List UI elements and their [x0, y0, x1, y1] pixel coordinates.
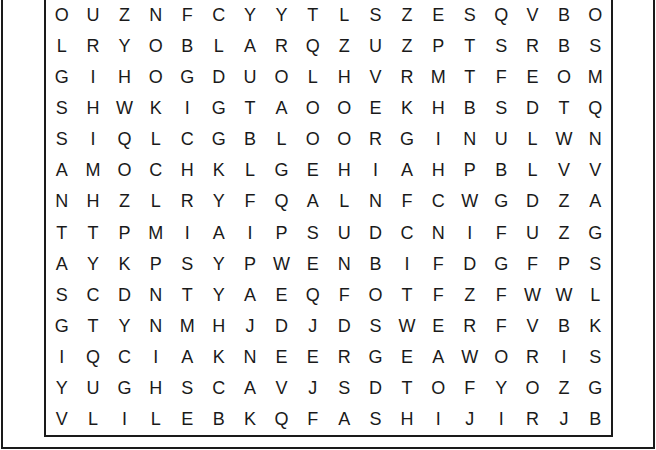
grid-cell[interactable]: E: [391, 342, 422, 373]
grid-cell[interactable]: Y: [46, 373, 77, 404]
grid-cell[interactable]: I: [77, 124, 108, 155]
grid-cell[interactable]: E: [297, 248, 328, 279]
grid-cell[interactable]: T: [77, 310, 108, 341]
grid-cell[interactable]: O: [109, 155, 140, 186]
grid-cell[interactable]: T: [548, 92, 579, 123]
grid-cell[interactable]: D: [360, 217, 391, 248]
grid-cell[interactable]: D: [360, 373, 391, 404]
grid-cell[interactable]: C: [172, 124, 203, 155]
grid-cell[interactable]: O: [297, 124, 328, 155]
grid-cell[interactable]: N: [46, 186, 77, 217]
grid-cell[interactable]: L: [297, 61, 328, 92]
grid-cell[interactable]: L: [517, 124, 548, 155]
grid-cell[interactable]: I: [172, 92, 203, 123]
grid-cell[interactable]: F: [234, 186, 265, 217]
grid-cell[interactable]: V: [360, 61, 391, 92]
grid-cell[interactable]: S: [580, 342, 611, 373]
grid-cell[interactable]: Q: [297, 30, 328, 61]
grid-cell[interactable]: O: [485, 342, 516, 373]
grid-cell[interactable]: D: [517, 92, 548, 123]
grid-cell[interactable]: L: [234, 155, 265, 186]
grid-cell[interactable]: C: [77, 279, 108, 310]
grid-cell[interactable]: E: [266, 342, 297, 373]
grid-cell[interactable]: R: [329, 342, 360, 373]
grid-cell[interactable]: I: [234, 217, 265, 248]
grid-cell[interactable]: F: [454, 373, 485, 404]
grid-cell[interactable]: C: [109, 342, 140, 373]
grid-cell[interactable]: B: [485, 155, 516, 186]
grid-cell[interactable]: J: [454, 404, 485, 435]
grid-cell[interactable]: Q: [297, 279, 328, 310]
grid-cell[interactable]: C: [391, 217, 422, 248]
grid-cell[interactable]: Y: [109, 30, 140, 61]
grid-cell[interactable]: R: [517, 342, 548, 373]
grid-cell[interactable]: F: [172, 0, 203, 30]
grid-cell[interactable]: A: [172, 342, 203, 373]
grid-cell[interactable]: L: [203, 30, 234, 61]
grid-cell[interactable]: A: [234, 30, 265, 61]
grid-cell[interactable]: R: [77, 30, 108, 61]
grid-cell[interactable]: Y: [485, 373, 516, 404]
grid-cell[interactable]: I: [172, 217, 203, 248]
grid-cell[interactable]: D: [203, 61, 234, 92]
grid-cell[interactable]: G: [203, 124, 234, 155]
grid-cell[interactable]: B: [548, 0, 579, 30]
grid-cell[interactable]: B: [172, 30, 203, 61]
grid-cell[interactable]: P: [140, 248, 171, 279]
grid-cell[interactable]: E: [423, 0, 454, 30]
grid-cell[interactable]: N: [423, 217, 454, 248]
grid-cell[interactable]: N: [140, 279, 171, 310]
grid-cell[interactable]: M: [77, 155, 108, 186]
grid-cell[interactable]: G: [203, 92, 234, 123]
grid-cell[interactable]: P: [234, 248, 265, 279]
grid-cell[interactable]: U: [485, 124, 516, 155]
grid-cell[interactable]: Y: [77, 248, 108, 279]
grid-cell[interactable]: R: [517, 30, 548, 61]
grid-cell[interactable]: U: [517, 217, 548, 248]
grid-cell[interactable]: R: [517, 404, 548, 435]
grid-cell[interactable]: G: [46, 61, 77, 92]
grid-cell[interactable]: M: [580, 61, 611, 92]
grid-cell[interactable]: T: [454, 61, 485, 92]
grid-cell[interactable]: P: [266, 217, 297, 248]
grid-cell[interactable]: O: [329, 92, 360, 123]
grid-cell[interactable]: E: [360, 92, 391, 123]
grid-cell[interactable]: Z: [329, 30, 360, 61]
grid-cell[interactable]: A: [234, 373, 265, 404]
grid-cell[interactable]: O: [329, 124, 360, 155]
grid-cell[interactable]: I: [77, 61, 108, 92]
grid-cell[interactable]: Y: [109, 310, 140, 341]
grid-cell[interactable]: S: [329, 373, 360, 404]
grid-cell[interactable]: I: [109, 404, 140, 435]
grid-cell[interactable]: V: [46, 404, 77, 435]
grid-cell[interactable]: G: [266, 155, 297, 186]
grid-cell[interactable]: R: [391, 61, 422, 92]
grid-cell[interactable]: L: [266, 124, 297, 155]
grid-cell[interactable]: R: [266, 30, 297, 61]
grid-cell[interactable]: U: [329, 217, 360, 248]
grid-cell[interactable]: S: [360, 310, 391, 341]
grid-cell[interactable]: O: [423, 373, 454, 404]
grid-cell[interactable]: I: [548, 342, 579, 373]
grid-cell[interactable]: L: [140, 124, 171, 155]
grid-cell[interactable]: Y: [234, 0, 265, 30]
grid-cell[interactable]: K: [203, 155, 234, 186]
grid-cell[interactable]: I: [423, 124, 454, 155]
grid-cell[interactable]: Z: [109, 0, 140, 30]
grid-cell[interactable]: N: [140, 0, 171, 30]
grid-cell[interactable]: B: [580, 404, 611, 435]
grid-cell[interactable]: I: [46, 342, 77, 373]
grid-cell[interactable]: E: [423, 310, 454, 341]
grid-cell[interactable]: A: [46, 248, 77, 279]
grid-cell[interactable]: G: [46, 310, 77, 341]
grid-cell[interactable]: V: [548, 155, 579, 186]
grid-cell[interactable]: A: [329, 404, 360, 435]
grid-cell[interactable]: H: [423, 155, 454, 186]
grid-cell[interactable]: A: [391, 155, 422, 186]
grid-cell[interactable]: V: [517, 310, 548, 341]
grid-cell[interactable]: L: [140, 186, 171, 217]
grid-cell[interactable]: B: [234, 124, 265, 155]
grid-cell[interactable]: K: [580, 310, 611, 341]
grid-cell[interactable]: F: [485, 217, 516, 248]
grid-cell[interactable]: U: [360, 30, 391, 61]
grid-cell[interactable]: R: [172, 186, 203, 217]
grid-cell[interactable]: P: [109, 217, 140, 248]
grid-cell[interactable]: F: [517, 248, 548, 279]
grid-cell[interactable]: N: [360, 186, 391, 217]
grid-cell[interactable]: L: [329, 186, 360, 217]
grid-cell[interactable]: V: [266, 373, 297, 404]
grid-cell[interactable]: A: [580, 186, 611, 217]
grid-cell[interactable]: U: [77, 373, 108, 404]
grid-cell[interactable]: G: [485, 186, 516, 217]
grid-cell[interactable]: P: [454, 155, 485, 186]
grid-cell[interactable]: I: [391, 248, 422, 279]
grid-cell[interactable]: S: [485, 92, 516, 123]
grid-cell[interactable]: Q: [109, 124, 140, 155]
grid-cell[interactable]: H: [77, 92, 108, 123]
grid-cell[interactable]: O: [548, 61, 579, 92]
grid-cell[interactable]: F: [329, 279, 360, 310]
grid-cell[interactable]: W: [548, 124, 579, 155]
grid-cell[interactable]: D: [454, 248, 485, 279]
grid-cell[interactable]: E: [517, 61, 548, 92]
grid-cell[interactable]: S: [297, 217, 328, 248]
grid-cell[interactable]: G: [485, 248, 516, 279]
grid-cell[interactable]: T: [297, 0, 328, 30]
grid-cell[interactable]: G: [580, 373, 611, 404]
grid-cell[interactable]: S: [172, 248, 203, 279]
grid-cell[interactable]: W: [454, 186, 485, 217]
grid-cell[interactable]: Z: [548, 217, 579, 248]
grid-cell[interactable]: J: [297, 310, 328, 341]
grid-cell[interactable]: L: [77, 404, 108, 435]
grid-cell[interactable]: L: [580, 279, 611, 310]
grid-cell[interactable]: N: [329, 248, 360, 279]
grid-cell[interactable]: Z: [391, 0, 422, 30]
grid-cell[interactable]: Y: [203, 186, 234, 217]
grid-cell[interactable]: F: [485, 310, 516, 341]
grid-cell[interactable]: U: [234, 61, 265, 92]
grid-cell[interactable]: Q: [266, 404, 297, 435]
grid-cell[interactable]: R: [454, 310, 485, 341]
grid-cell[interactable]: J: [234, 310, 265, 341]
grid-cell[interactable]: Y: [266, 0, 297, 30]
grid-cell[interactable]: T: [234, 92, 265, 123]
grid-cell[interactable]: P: [423, 30, 454, 61]
grid-cell[interactable]: S: [454, 0, 485, 30]
grid-cell[interactable]: S: [46, 279, 77, 310]
grid-cell[interactable]: H: [423, 92, 454, 123]
grid-cell[interactable]: D: [329, 310, 360, 341]
grid-cell[interactable]: F: [297, 404, 328, 435]
word-search-box: OUZNFCYYTLSZESQVBOLRYOBLARQZUZPTSRBSGIHO…: [44, 0, 613, 437]
grid-cell[interactable]: J: [297, 373, 328, 404]
grid-cell[interactable]: Q: [266, 186, 297, 217]
grid-cell[interactable]: A: [266, 92, 297, 123]
grid-cell[interactable]: K: [109, 248, 140, 279]
grid-cell[interactable]: H: [172, 155, 203, 186]
grid-cell[interactable]: Z: [548, 373, 579, 404]
grid-cell[interactable]: C: [203, 0, 234, 30]
grid-cell[interactable]: J: [548, 404, 579, 435]
grid-cell[interactable]: B: [548, 30, 579, 61]
grid-cell[interactable]: W: [266, 248, 297, 279]
grid-cell[interactable]: H: [77, 186, 108, 217]
grid-cell[interactable]: H: [391, 404, 422, 435]
grid-cell[interactable]: A: [297, 186, 328, 217]
grid-cell[interactable]: A: [234, 279, 265, 310]
grid-cell[interactable]: S: [580, 248, 611, 279]
grid-cell[interactable]: R: [360, 124, 391, 155]
grid-cell[interactable]: E: [297, 342, 328, 373]
grid-cell[interactable]: H: [140, 373, 171, 404]
grid-cell[interactable]: S: [580, 30, 611, 61]
grid-cell[interactable]: O: [140, 30, 171, 61]
grid-cell[interactable]: S: [360, 404, 391, 435]
grid-cell[interactable]: H: [203, 310, 234, 341]
grid-cell[interactable]: S: [46, 124, 77, 155]
grid-cell[interactable]: B: [548, 310, 579, 341]
grid-cell[interactable]: T: [46, 217, 77, 248]
grid-cell[interactable]: M: [423, 61, 454, 92]
grid-cell[interactable]: T: [172, 279, 203, 310]
grid-cell[interactable]: B: [360, 248, 391, 279]
grid-cell[interactable]: Q: [77, 342, 108, 373]
grid-cell[interactable]: Y: [203, 279, 234, 310]
grid-cell[interactable]: G: [360, 342, 391, 373]
grid-cell[interactable]: A: [203, 217, 234, 248]
grid-cell[interactable]: D: [517, 186, 548, 217]
grid-cell[interactable]: W: [517, 279, 548, 310]
grid-cell[interactable]: I: [140, 342, 171, 373]
grid-cell[interactable]: E: [172, 404, 203, 435]
grid-cell[interactable]: O: [360, 279, 391, 310]
grid-cell[interactable]: O: [517, 373, 548, 404]
grid-cell[interactable]: L: [46, 30, 77, 61]
grid-cell[interactable]: I: [485, 404, 516, 435]
grid-cell[interactable]: S: [360, 0, 391, 30]
grid-cell[interactable]: G: [109, 373, 140, 404]
grid-cell[interactable]: P: [548, 248, 579, 279]
grid-cell[interactable]: S: [485, 30, 516, 61]
grid-cell[interactable]: H: [329, 61, 360, 92]
grid-cell[interactable]: H: [329, 155, 360, 186]
grid-cell[interactable]: B: [454, 92, 485, 123]
grid-cell[interactable]: G: [580, 217, 611, 248]
grid-cell[interactable]: A: [423, 342, 454, 373]
grid-cell[interactable]: B: [203, 404, 234, 435]
grid-cell[interactable]: S: [46, 92, 77, 123]
grid-cell[interactable]: U: [77, 0, 108, 30]
word-search-grid: OUZNFCYYTLSZESQVBOLRYOBLARQZUZPTSRBSGIHO…: [46, 0, 611, 435]
grid-cell[interactable]: C: [203, 373, 234, 404]
grid-cell[interactable]: W: [109, 92, 140, 123]
grid-cell[interactable]: I: [423, 404, 454, 435]
grid-cell[interactable]: H: [109, 61, 140, 92]
grid-cell[interactable]: A: [46, 155, 77, 186]
grid-cell[interactable]: G: [172, 61, 203, 92]
grid-cell[interactable]: L: [329, 0, 360, 30]
grid-cell[interactable]: I: [360, 155, 391, 186]
grid-cell[interactable]: K: [391, 92, 422, 123]
grid-cell[interactable]: E: [266, 279, 297, 310]
grid-cell[interactable]: N: [234, 342, 265, 373]
grid-cell[interactable]: O: [140, 61, 171, 92]
grid-cell[interactable]: L: [140, 404, 171, 435]
grid-cell[interactable]: Z: [109, 186, 140, 217]
grid-cell[interactable]: D: [109, 279, 140, 310]
grid-cell[interactable]: O: [46, 0, 77, 30]
grid-cell[interactable]: S: [172, 373, 203, 404]
grid-cell[interactable]: Y: [203, 248, 234, 279]
grid-cell[interactable]: F: [485, 61, 516, 92]
grid-cell[interactable]: I: [454, 217, 485, 248]
grid-cell[interactable]: T: [391, 373, 422, 404]
grid-cell[interactable]: Z: [454, 279, 485, 310]
grid-cell[interactable]: C: [140, 155, 171, 186]
grid-cell[interactable]: D: [266, 310, 297, 341]
grid-cell[interactable]: G: [391, 124, 422, 155]
grid-cell[interactable]: F: [423, 279, 454, 310]
grid-cell[interactable]: N: [454, 124, 485, 155]
grid-cell[interactable]: Q: [580, 92, 611, 123]
grid-cell[interactable]: F: [391, 186, 422, 217]
grid-cell[interactable]: N: [580, 124, 611, 155]
grid-cell[interactable]: W: [454, 342, 485, 373]
grid-cell[interactable]: N: [140, 310, 171, 341]
grid-cell[interactable]: F: [485, 279, 516, 310]
grid-cell[interactable]: E: [297, 155, 328, 186]
grid-cell[interactable]: T: [77, 217, 108, 248]
grid-cell[interactable]: M: [172, 310, 203, 341]
grid-cell[interactable]: C: [423, 186, 454, 217]
grid-cell[interactable]: O: [266, 61, 297, 92]
grid-cell[interactable]: K: [203, 342, 234, 373]
grid-cell[interactable]: K: [140, 92, 171, 123]
grid-cell[interactable]: T: [454, 30, 485, 61]
grid-cell[interactable]: O: [580, 0, 611, 30]
grid-cell[interactable]: W: [548, 279, 579, 310]
grid-cell[interactable]: M: [140, 217, 171, 248]
grid-cell[interactable]: V: [580, 155, 611, 186]
grid-cell[interactable]: Z: [548, 186, 579, 217]
grid-cell[interactable]: F: [423, 248, 454, 279]
grid-cell[interactable]: L: [517, 155, 548, 186]
grid-cell[interactable]: Q: [485, 0, 516, 30]
grid-cell[interactable]: W: [391, 310, 422, 341]
grid-cell[interactable]: K: [234, 404, 265, 435]
grid-cell[interactable]: Z: [391, 30, 422, 61]
grid-cell[interactable]: V: [517, 0, 548, 30]
grid-cell[interactable]: O: [297, 92, 328, 123]
grid-cell[interactable]: T: [391, 279, 422, 310]
